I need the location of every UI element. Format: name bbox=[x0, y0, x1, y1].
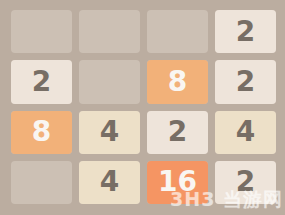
tile-value: 16 bbox=[147, 161, 208, 204]
tile-value: 4 bbox=[215, 111, 276, 154]
cell-r1c4-tile-2: 2 bbox=[215, 10, 276, 53]
tile-value: 4 bbox=[79, 111, 140, 154]
tile-value: 2 bbox=[215, 10, 276, 53]
tile-value: 2 bbox=[147, 111, 208, 154]
cell-r1c2-empty bbox=[79, 10, 140, 53]
cell-r2c2-empty bbox=[79, 60, 140, 103]
tile-value: 2 bbox=[215, 60, 276, 103]
tile-value: 8 bbox=[147, 60, 208, 103]
tile-value: 2 bbox=[215, 161, 276, 204]
cell-r4c1-empty bbox=[11, 161, 72, 204]
cell-r4c4-tile-2: 2 bbox=[215, 161, 276, 204]
tile-value: 2 bbox=[11, 60, 72, 103]
cell-r1c3-empty bbox=[147, 10, 208, 53]
cell-r2c1-tile-2: 2 bbox=[11, 60, 72, 103]
board-2048[interactable]: 228284244162 bbox=[0, 0, 285, 215]
cell-r3c1-tile-8: 8 bbox=[11, 111, 72, 154]
cell-r3c3-tile-2: 2 bbox=[147, 111, 208, 154]
cell-r3c2-tile-4: 4 bbox=[79, 111, 140, 154]
cell-r2c3-tile-8: 8 bbox=[147, 60, 208, 103]
cell-r2c4-tile-2: 2 bbox=[215, 60, 276, 103]
cell-r4c3-tile-16: 16 bbox=[147, 161, 208, 204]
game-2048-screenshot: 228284244162 3H3 当游网 bbox=[0, 0, 285, 215]
cell-r4c2-tile-4: 4 bbox=[79, 161, 140, 204]
cell-r3c4-tile-4: 4 bbox=[215, 111, 276, 154]
cell-r1c1-empty bbox=[11, 10, 72, 53]
tile-value: 4 bbox=[79, 161, 140, 204]
tile-value: 8 bbox=[11, 111, 72, 154]
